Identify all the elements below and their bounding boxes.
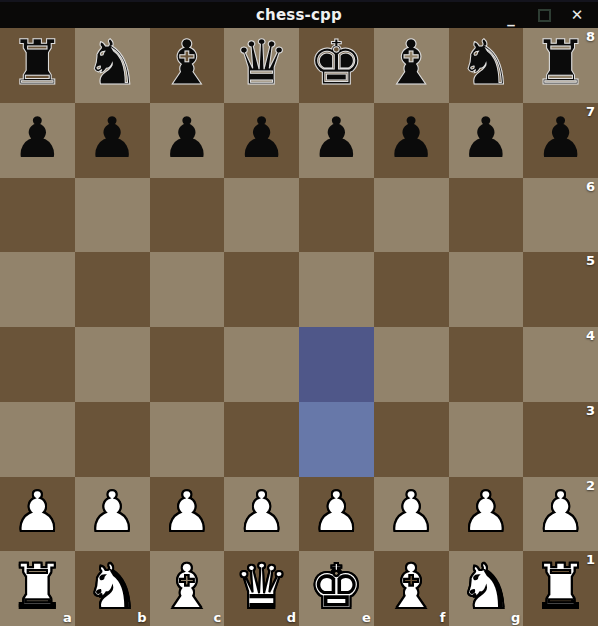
square-a4[interactable] xyxy=(0,327,75,402)
square-c1[interactable]: ♝c xyxy=(150,551,225,626)
piece-black-pawn[interactable]: ♟ xyxy=(311,103,361,175)
piece-black-rook[interactable]: ♜ xyxy=(10,28,66,100)
square-h4[interactable]: 4 xyxy=(523,327,598,402)
square-f2[interactable]: ♟ xyxy=(374,477,449,552)
square-f6[interactable] xyxy=(374,178,449,253)
square-e8[interactable]: ♚ xyxy=(299,28,374,103)
square-f3[interactable] xyxy=(374,402,449,477)
square-h3[interactable]: 3 xyxy=(523,402,598,477)
close-icon: ✕ xyxy=(571,8,584,23)
square-c2[interactable]: ♟ xyxy=(150,477,225,552)
square-c6[interactable] xyxy=(150,178,225,253)
rank-label-6: 6 xyxy=(586,180,595,193)
square-d1[interactable]: ♛d xyxy=(224,551,299,626)
square-b1[interactable]: ♞b xyxy=(75,551,150,626)
square-e7[interactable]: ♟ xyxy=(299,103,374,178)
square-f4[interactable] xyxy=(374,327,449,402)
square-b2[interactable]: ♟ xyxy=(75,477,150,552)
square-e5[interactable] xyxy=(299,252,374,327)
rank-label-7: 7 xyxy=(586,105,595,118)
app-window: chess-cpp _ ✕ ♜♞♝♛♚♝♞♜8♟♟♟♟♟♟♟♟76543♟♟♟♟… xyxy=(0,0,598,626)
piece-white-pawn[interactable]: ♟ xyxy=(311,477,361,549)
piece-black-pawn[interactable]: ♟ xyxy=(461,103,511,175)
square-h5[interactable]: 5 xyxy=(523,252,598,327)
piece-white-knight[interactable]: ♞ xyxy=(84,551,140,623)
square-b3[interactable] xyxy=(75,402,150,477)
piece-white-knight[interactable]: ♞ xyxy=(458,551,514,623)
square-b7[interactable]: ♟ xyxy=(75,103,150,178)
close-button[interactable]: ✕ xyxy=(569,7,585,23)
square-d6[interactable] xyxy=(224,178,299,253)
piece-white-rook[interactable]: ♜ xyxy=(533,551,589,623)
piece-white-pawn[interactable]: ♟ xyxy=(461,477,511,549)
piece-black-pawn[interactable]: ♟ xyxy=(536,103,586,175)
square-c3[interactable] xyxy=(150,402,225,477)
piece-black-queen[interactable]: ♛ xyxy=(234,28,290,100)
square-h6[interactable]: 6 xyxy=(523,178,598,253)
file-label-c: c xyxy=(214,611,222,624)
square-d7[interactable]: ♟ xyxy=(224,103,299,178)
square-c7[interactable]: ♟ xyxy=(150,103,225,178)
square-d5[interactable] xyxy=(224,252,299,327)
piece-black-knight[interactable]: ♞ xyxy=(84,28,140,100)
minimize-button[interactable]: _ xyxy=(503,7,519,23)
piece-white-bishop[interactable]: ♝ xyxy=(159,551,215,623)
piece-white-pawn[interactable]: ♟ xyxy=(162,477,212,549)
square-a2[interactable]: ♟ xyxy=(0,477,75,552)
piece-black-pawn[interactable]: ♟ xyxy=(162,103,212,175)
square-f8[interactable]: ♝ xyxy=(374,28,449,103)
piece-white-pawn[interactable]: ♟ xyxy=(87,477,137,549)
square-g6[interactable] xyxy=(449,178,524,253)
square-a3[interactable] xyxy=(0,402,75,477)
square-h8[interactable]: ♜8 xyxy=(523,28,598,103)
piece-black-bishop[interactable]: ♝ xyxy=(383,28,439,100)
square-c8[interactable]: ♝ xyxy=(150,28,225,103)
square-e1[interactable]: ♚e xyxy=(299,551,374,626)
square-g1[interactable]: ♞g xyxy=(449,551,524,626)
square-e6[interactable] xyxy=(299,178,374,253)
square-b6[interactable] xyxy=(75,178,150,253)
piece-white-pawn[interactable]: ♟ xyxy=(12,477,62,549)
maximize-icon xyxy=(538,9,551,22)
chess-board: ♜♞♝♛♚♝♞♜8♟♟♟♟♟♟♟♟76543♟♟♟♟♟♟♟♟2♜a♞b♝c♛d♚… xyxy=(0,28,598,626)
piece-black-pawn[interactable]: ♟ xyxy=(386,103,436,175)
square-c5[interactable] xyxy=(150,252,225,327)
square-g8[interactable]: ♞ xyxy=(449,28,524,103)
minimize-icon: _ xyxy=(507,11,515,26)
rank-label-5: 5 xyxy=(586,254,595,267)
square-f1[interactable]: ♝f xyxy=(374,551,449,626)
square-b8[interactable]: ♞ xyxy=(75,28,150,103)
square-g2[interactable]: ♟ xyxy=(449,477,524,552)
piece-black-king[interactable]: ♚ xyxy=(309,28,365,100)
square-a6[interactable] xyxy=(0,178,75,253)
piece-black-knight[interactable]: ♞ xyxy=(458,28,514,100)
piece-white-rook[interactable]: ♜ xyxy=(10,551,66,623)
maximize-button[interactable] xyxy=(536,7,552,23)
piece-white-pawn[interactable]: ♟ xyxy=(386,477,436,549)
square-e2[interactable]: ♟ xyxy=(299,477,374,552)
square-b5[interactable] xyxy=(75,252,150,327)
square-h1[interactable]: ♜1 xyxy=(523,551,598,626)
square-g7[interactable]: ♟ xyxy=(449,103,524,178)
piece-white-king[interactable]: ♚ xyxy=(309,551,365,623)
square-a7[interactable]: ♟ xyxy=(0,103,75,178)
piece-black-pawn[interactable]: ♟ xyxy=(12,103,62,175)
piece-black-pawn[interactable]: ♟ xyxy=(87,103,137,175)
square-d8[interactable]: ♛ xyxy=(224,28,299,103)
piece-white-bishop[interactable]: ♝ xyxy=(383,551,439,623)
square-d4[interactable] xyxy=(224,327,299,402)
square-h7[interactable]: ♟7 xyxy=(523,103,598,178)
rank-label-2: 2 xyxy=(586,479,595,492)
file-label-f: f xyxy=(440,611,446,624)
piece-white-queen[interactable]: ♛ xyxy=(234,551,290,623)
square-a5[interactable] xyxy=(0,252,75,327)
square-b4[interactable] xyxy=(75,327,150,402)
square-e4[interactable] xyxy=(299,327,374,402)
square-g5[interactable] xyxy=(449,252,524,327)
rank-label-3: 3 xyxy=(586,404,595,417)
piece-white-pawn[interactable]: ♟ xyxy=(237,477,287,549)
square-c4[interactable] xyxy=(150,327,225,402)
square-d2[interactable]: ♟ xyxy=(224,477,299,552)
square-g3[interactable] xyxy=(449,402,524,477)
square-a8[interactable]: ♜ xyxy=(0,28,75,103)
square-a1[interactable]: ♜a xyxy=(0,551,75,626)
piece-black-pawn[interactable]: ♟ xyxy=(237,103,287,175)
window-controls: _ ✕ xyxy=(503,7,598,23)
square-e3[interactable] xyxy=(299,402,374,477)
piece-white-pawn[interactable]: ♟ xyxy=(536,477,586,549)
piece-black-bishop[interactable]: ♝ xyxy=(159,28,215,100)
square-f5[interactable] xyxy=(374,252,449,327)
title-bar: chess-cpp _ ✕ xyxy=(0,0,598,28)
square-f7[interactable]: ♟ xyxy=(374,103,449,178)
square-d3[interactable] xyxy=(224,402,299,477)
piece-black-rook[interactable]: ♜ xyxy=(533,28,589,100)
square-h2[interactable]: ♟2 xyxy=(523,477,598,552)
rank-label-4: 4 xyxy=(586,329,595,342)
square-g4[interactable] xyxy=(449,327,524,402)
